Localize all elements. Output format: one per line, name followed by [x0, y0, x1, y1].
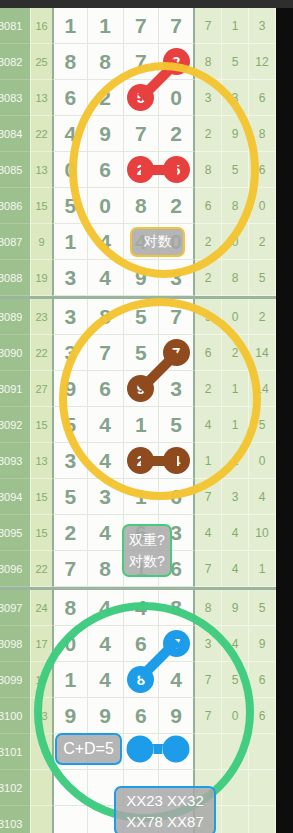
issue-cell: 3099: [0, 662, 30, 698]
stat-cell: 3: [195, 626, 222, 662]
row-3089: 3089233857902: [0, 296, 276, 335]
digit-cell: 6: [159, 479, 195, 515]
stat-cell: 8: [249, 116, 276, 152]
stat-cell: [249, 734, 276, 770]
stat-cell: 0: [222, 224, 249, 260]
stat-cell: 8: [195, 590, 222, 626]
stat-cell: 7: [195, 662, 222, 698]
sum-cell: 15: [30, 479, 52, 515]
sum-cell: 13: [30, 152, 52, 188]
row-3097: 3097248448895: [0, 587, 276, 626]
stat-cell: 0: [249, 188, 276, 224]
stat-cell: [249, 806, 276, 833]
stat-cell: 4: [222, 551, 249, 587]
marked-digit-brown: 9: [127, 375, 154, 402]
stat-cell: 2: [195, 224, 222, 260]
stat-cell: 2: [195, 260, 222, 296]
digit-cell: [52, 770, 88, 806]
stat-cell: 10: [249, 515, 276, 551]
stat-cell: 1: [222, 443, 249, 479]
stat-cell: 12: [249, 44, 276, 80]
stat-cell: 8: [195, 152, 222, 188]
xx-combinations-line2: XX78 XX87: [126, 811, 204, 832]
row-3082: 30822588728512: [0, 44, 276, 80]
sum-cell: 25: [30, 44, 52, 80]
stat-cell: 5: [249, 407, 276, 443]
issue-cell: 3084: [0, 116, 30, 152]
digit-cell: 2: [124, 443, 160, 479]
stat-cell: 5: [222, 44, 249, 80]
stat-cell: 4: [222, 626, 249, 662]
sum-cell: 23: [30, 299, 52, 335]
issue-cell: 3088: [0, 260, 30, 296]
digit-cell: 9: [52, 698, 88, 734]
stat-cell: 0: [249, 443, 276, 479]
stat-cell: 0: [222, 299, 249, 335]
digit-cell: 5: [124, 335, 160, 371]
issue-cell: 3093: [0, 443, 30, 479]
stat-cell: 3: [195, 80, 222, 116]
issue-cell: 3091: [0, 371, 30, 407]
digit-cell: 1: [52, 8, 88, 44]
marked-digit-brown: 7: [163, 339, 190, 366]
digit-cell: 2: [52, 515, 88, 551]
issue-cell: 3082: [0, 44, 30, 80]
row-3093: 3093133424110: [0, 443, 276, 479]
digit-cell: 3: [159, 260, 195, 296]
shuangchong-duishu-badge: 双重? 对数?: [122, 524, 172, 577]
digit-cell: 4: [88, 443, 124, 479]
stat-cell: 9: [222, 590, 249, 626]
issue-cell: 3096: [0, 551, 30, 587]
digit-cell: 5: [124, 299, 160, 335]
marked-digit-brown: 4: [163, 447, 190, 474]
xx-combinations-line1: XX23 XX32: [126, 790, 204, 811]
stat-cell: 6: [249, 152, 276, 188]
digit-cell: 4: [88, 626, 124, 662]
digit-cell: 1: [124, 479, 160, 515]
digit-cell: 4: [88, 260, 124, 296]
digit-cell: 8: [88, 299, 124, 335]
stat-cell: 2: [195, 371, 222, 407]
marked-digit-red: 2: [163, 48, 190, 75]
digit-cell: 9: [52, 371, 88, 407]
digit-cell: 7: [159, 626, 195, 662]
right-black-margin: [276, 8, 293, 833]
digit-cell: 9: [159, 698, 195, 734]
stat-cell: 6: [195, 335, 222, 371]
sum-cell: [30, 770, 52, 806]
digit-cell: 5: [52, 407, 88, 443]
row-3084: 3084224972298: [0, 116, 276, 152]
marked-digit-blue: 7: [163, 630, 190, 657]
row-3100: 3100339969706: [0, 698, 276, 734]
stat-cell: 6: [249, 80, 276, 116]
marked-digit-red: 2: [127, 156, 154, 183]
digit-cell: 4: [159, 443, 195, 479]
digit-cell: 1: [52, 662, 88, 698]
stat-cell: 5: [249, 260, 276, 296]
digit-cell: 4: [88, 662, 124, 698]
row-3091: 30912796932114: [0, 371, 276, 407]
row-3088: 3088193493285: [0, 260, 276, 296]
digit-cell: 7: [159, 8, 195, 44]
row-3101: 3101: [0, 734, 276, 770]
digit-cell: 4: [88, 515, 124, 551]
sum-cell: [30, 806, 52, 833]
digit-cell: 8: [88, 551, 124, 587]
digit-cell: 7: [88, 335, 124, 371]
stat-cell: 4: [195, 407, 222, 443]
stat-cell: 6: [195, 188, 222, 224]
issue-cell: 3085: [0, 152, 30, 188]
marked-digit-blue: 8: [127, 666, 154, 693]
stat-cell: 2: [222, 335, 249, 371]
marked-digit-red: 5: [163, 156, 190, 183]
sum-cell: [30, 734, 52, 770]
stat-cell: 14: [249, 335, 276, 371]
stat-cell: 7: [195, 479, 222, 515]
status-bar: [0, 0, 293, 8]
issue-cell: 3101: [0, 734, 30, 770]
stat-cell: 14: [249, 371, 276, 407]
digit-cell: 2: [124, 152, 160, 188]
stat-cell: [222, 734, 249, 770]
digit-cell: 9: [124, 260, 160, 296]
stat-cell: 1: [195, 443, 222, 479]
stat-cell: [222, 806, 249, 833]
stat-cell: 7: [195, 698, 222, 734]
stat-cell: 3: [222, 80, 249, 116]
stat-cell: 9: [222, 116, 249, 152]
stat-cell: 4: [249, 479, 276, 515]
digit-cell: 4: [88, 407, 124, 443]
stat-cell: 5: [222, 662, 249, 698]
digit-cell: 0: [159, 80, 195, 116]
stat-cell: 2: [249, 299, 276, 335]
issue-cell: 3098: [0, 626, 30, 662]
row-3083: 3083136250336: [0, 80, 276, 116]
digit-cell: 6: [88, 371, 124, 407]
issue-cell: 3095: [0, 515, 30, 551]
stat-cell: 7: [195, 8, 222, 44]
stat-cell: 9: [195, 299, 222, 335]
digit-cell: 8: [52, 44, 88, 80]
issue-cell: 3089: [0, 299, 30, 335]
issue-cell: 3087: [0, 224, 30, 260]
digit-cell: 9: [88, 698, 124, 734]
digit-cell: 8: [159, 590, 195, 626]
digit-cell: 4: [124, 590, 160, 626]
sum-cell: 16: [30, 8, 52, 44]
stat-cell: 8: [222, 188, 249, 224]
row-3086: 3086155082680: [0, 188, 276, 224]
cd-equals-5-label: C+D=5: [63, 740, 114, 758]
sum-cell: 13: [30, 80, 52, 116]
duishu-badge: 对数: [130, 227, 185, 257]
stat-cell: 1: [222, 407, 249, 443]
digit-cell: 5: [159, 152, 195, 188]
stat-cell: [249, 770, 276, 806]
sum-cell: 24: [30, 590, 52, 626]
stat-cell: 6: [249, 662, 276, 698]
digit-cell: 9: [88, 116, 124, 152]
digit-cell: 3: [52, 335, 88, 371]
trend-chart-grid: 3081161177713308225887285123083136250336…: [0, 8, 276, 833]
stat-cell: 4: [195, 515, 222, 551]
issue-cell: 3102: [0, 770, 30, 806]
row-3099: 3099171484756: [0, 662, 276, 698]
digit-cell: 9: [124, 371, 160, 407]
stat-cell: 1: [222, 371, 249, 407]
issue-cell: 3081: [0, 8, 30, 44]
digit-cell: [124, 734, 160, 770]
digit-cell: 6: [124, 626, 160, 662]
digit-cell: 3: [159, 371, 195, 407]
stat-cell: 5: [222, 152, 249, 188]
digit-cell: 2: [159, 116, 195, 152]
digit-cell: 5: [159, 407, 195, 443]
issue-cell: 3083: [0, 80, 30, 116]
digit-cell: 5: [124, 80, 160, 116]
stat-cell: 3: [222, 479, 249, 515]
digit-cell: 3: [88, 479, 124, 515]
cd-equals-5-badge: C+D=5: [55, 733, 122, 765]
stat-cell: 2: [195, 116, 222, 152]
digit-cell: 8: [124, 662, 160, 698]
digit-cell: 1: [52, 224, 88, 260]
sum-cell: 9: [30, 224, 52, 260]
stat-cell: 6: [249, 698, 276, 734]
row-3094: 3094155316734: [0, 479, 276, 515]
shuangchong-line2: 对数?: [129, 551, 165, 572]
issue-cell: 3103: [0, 806, 30, 833]
sum-cell: 17: [30, 662, 52, 698]
digit-cell: 4: [88, 590, 124, 626]
digit-cell: 1: [88, 8, 124, 44]
digit-cell: 2: [159, 188, 195, 224]
digit-cell: 6: [88, 152, 124, 188]
digit-cell: 5: [52, 479, 88, 515]
stat-cell: 8: [222, 260, 249, 296]
sum-cell: 19: [30, 260, 52, 296]
sum-cell: 33: [30, 698, 52, 734]
stat-cell: 3: [249, 8, 276, 44]
issue-cell: 3092: [0, 407, 30, 443]
digit-cell: 4: [52, 116, 88, 152]
digit-cell: 7: [124, 44, 160, 80]
stat-cell: [222, 770, 249, 806]
sum-cell: 13: [30, 443, 52, 479]
digit-cell: 7: [124, 8, 160, 44]
digit-cell: 7: [159, 335, 195, 371]
digit-cell: 3: [52, 260, 88, 296]
issue-cell: 3097: [0, 590, 30, 626]
issue-cell: 3086: [0, 188, 30, 224]
digit-cell: 6: [124, 698, 160, 734]
duishu-badge-label: 对数: [144, 233, 172, 251]
marked-digit-red: 5: [127, 84, 154, 111]
marked-digit-brown: 2: [127, 447, 154, 474]
stat-cell: [195, 734, 222, 770]
issue-cell: 3094: [0, 479, 30, 515]
sum-cell: 15: [30, 188, 52, 224]
digit-cell: 3: [52, 299, 88, 335]
sum-cell: 27: [30, 371, 52, 407]
row-3092: 3092155415415: [0, 407, 276, 443]
digit-cell: 0: [52, 152, 88, 188]
stat-cell: 7: [195, 551, 222, 587]
digit-cell: 1: [124, 407, 160, 443]
digit-cell: 7: [159, 299, 195, 335]
issue-cell: 3090: [0, 335, 30, 371]
stat-cell: 4: [222, 515, 249, 551]
digit-cell: [159, 734, 195, 770]
stat-cell: 8: [195, 44, 222, 80]
row-3090: 30902237576214: [0, 335, 276, 371]
digit-cell: 2: [159, 44, 195, 80]
digit-cell: [52, 806, 88, 833]
digit-cell: 4: [88, 224, 124, 260]
sum-cell: 15: [30, 407, 52, 443]
shuangchong-line1: 双重?: [129, 530, 165, 551]
issue-cell: 3100: [0, 698, 30, 734]
digit-cell: 2: [88, 80, 124, 116]
stat-cell: 5: [249, 590, 276, 626]
row-3098: 3098170467349: [0, 626, 276, 662]
digit-cell: 6: [52, 80, 88, 116]
stat-cell: 1: [222, 8, 249, 44]
digit-cell: 4: [159, 662, 195, 698]
digit-cell: 0: [88, 188, 124, 224]
digit-cell: 8: [88, 44, 124, 80]
digit-cell: 7: [124, 116, 160, 152]
digit-cell: 7: [52, 551, 88, 587]
row-3081: 3081161177713: [0, 8, 276, 44]
xx-combinations-badge: XX23 XX32 XX78 XX87: [114, 786, 216, 833]
digit-cell: 8: [52, 590, 88, 626]
stat-cell: 0: [222, 698, 249, 734]
sum-cell: 17: [30, 626, 52, 662]
sum-cell: 15: [30, 515, 52, 551]
sum-cell: 22: [30, 116, 52, 152]
digit-cell: 3: [52, 443, 88, 479]
sum-cell: 22: [30, 551, 52, 587]
stat-cell: 9: [249, 626, 276, 662]
stat-cell: 2: [249, 224, 276, 260]
digit-cell: 0: [52, 626, 88, 662]
digit-cell: 5: [52, 188, 88, 224]
digit-cell: 8: [124, 188, 160, 224]
sum-cell: 22: [30, 335, 52, 371]
row-3085: 3085130625856: [0, 152, 276, 188]
stat-cell: 1: [249, 551, 276, 587]
